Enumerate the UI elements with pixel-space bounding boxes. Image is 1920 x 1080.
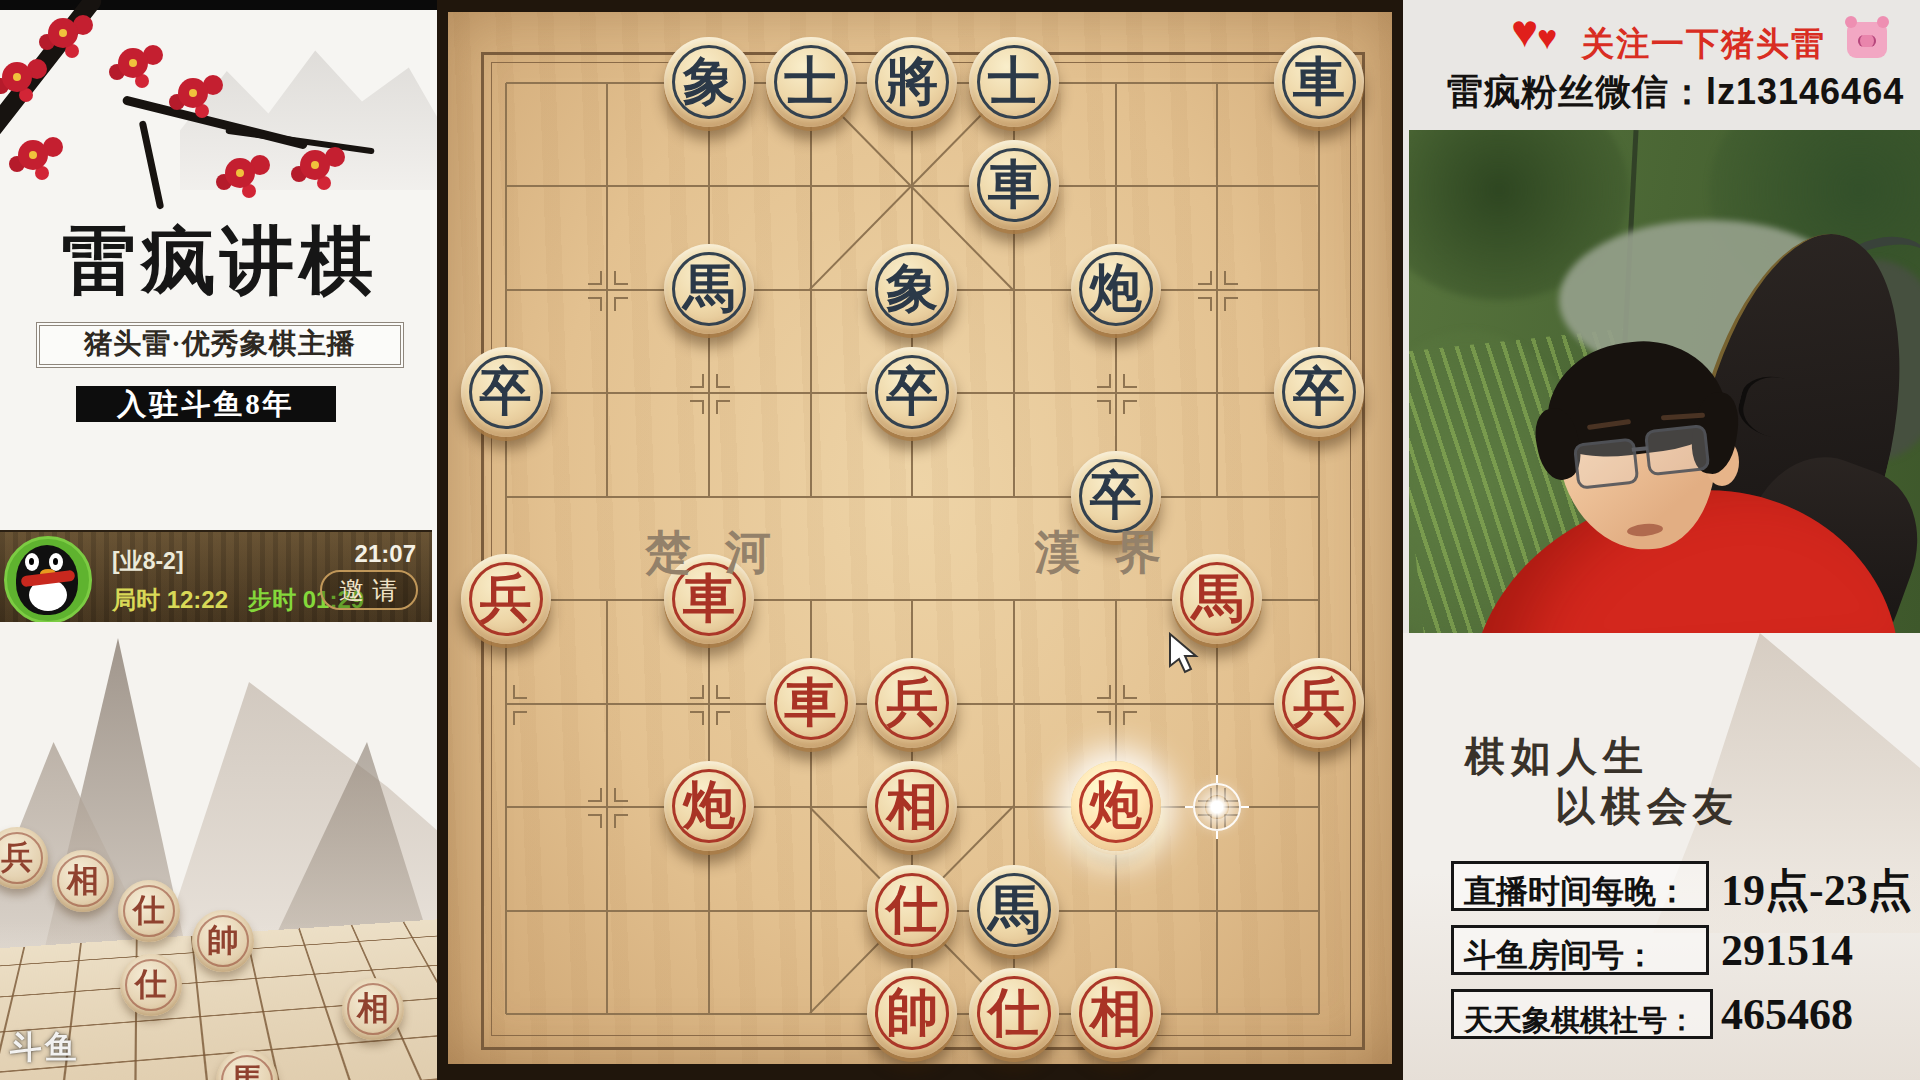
piece-black-車[interactable]: 車 [1274,37,1364,127]
piece-red-相[interactable]: 相 [867,761,957,851]
game-time: 局时 12:22 [112,586,228,613]
plum-blossom [300,150,330,180]
info-label-club: 天天象棋棋社号： [1451,989,1713,1039]
webcam-video[interactable] [1409,130,1920,633]
piece-black-士[interactable]: 士 [766,37,856,127]
motto-line1: 棋如人生 [1465,729,1649,784]
photo-piece-兵: 兵 [0,827,48,889]
photo-piece-帥: 帥 [192,910,254,972]
plum-blossom [178,78,208,108]
piece-black-士[interactable]: 士 [969,37,1059,127]
grid-line [505,83,507,1014]
photo-piece-馬: 馬 [216,1050,278,1080]
plum-blossom [2,62,32,92]
wall-clock: 21:07 [355,540,416,568]
piece-black-象[interactable]: 象 [664,37,754,127]
plum-branch [139,120,165,209]
channel-title: 雷疯讲棋 [28,212,412,312]
heart-icon: ♥ [1511,8,1538,54]
stream-screenshot: 雷疯讲棋 猪头雷·优秀象棋主播 入驻斗鱼8年 [业8-2] 局时 12:22步时… [0,0,1920,1080]
photo-piece-相: 相 [52,850,114,912]
info-label-room: 斗鱼房间号： [1451,925,1709,975]
grid-line [606,600,608,1014]
plum-blossom [48,18,78,48]
piece-red-帥[interactable]: 帥 [867,968,957,1058]
piece-red-相[interactable]: 相 [1071,968,1161,1058]
invite-button[interactable]: 邀请 [320,570,418,610]
sidebar-landscape-art: 兵相仕帥仕相馬 斗鱼 [0,622,437,1080]
plum-blossom [118,48,148,78]
piece-red-仕[interactable]: 仕 [867,865,957,955]
info-label-schedule: 直播时间每晚： [1451,861,1709,911]
left-sidebar: 雷疯讲棋 猪头雷·优秀象棋主播 入驻斗鱼8年 [业8-2] 局时 12:22步时… [0,0,437,1080]
piece-black-車[interactable]: 車 [969,140,1059,230]
piece-red-仕[interactable]: 仕 [969,968,1059,1058]
xiangqi-board-panel: 象士將士車車馬象炮卒卒卒卒馬兵車馬車兵兵炮相炮仕帥仕相 楚河 漢界 [437,0,1403,1080]
piece-black-卒[interactable]: 卒 [461,347,551,437]
info-value-club: 465468 [1721,989,1853,1040]
info-value-room: 291514 [1721,925,1853,976]
piece-black-馬[interactable]: 馬 [969,865,1059,955]
wechat-text: 雷疯粉丝微信：lz13146464 [1447,68,1904,117]
top-strip [0,0,437,10]
channel-subtitle-banner: 猪头雷·优秀象棋主播 [36,322,404,368]
grid-line [1216,83,1218,497]
qq-penguin-avatar[interactable] [4,536,92,624]
river-label-right: 漢界 [1035,522,1195,584]
piece-red-炮[interactable]: 炮 [664,761,754,851]
plum-blossom [225,158,255,188]
piece-black-卒[interactable]: 卒 [1274,347,1364,437]
pig-emoji-icon [1847,22,1887,58]
plum-blossom [18,140,48,170]
move-target-sparkle [1185,775,1249,839]
piece-red-兵[interactable]: 兵 [1274,658,1364,748]
douyu-years-badge: 入驻斗鱼8年 [76,386,336,422]
photo-piece-仕: 仕 [118,880,180,942]
mouse-cursor [1168,632,1202,676]
right-panel-bottom: 棋如人生 以棋会友 直播时间每晚： 19点-23点 斗鱼房间号： 291514 … [1403,633,1920,1080]
piece-black-炮[interactable]: 炮 [1071,244,1161,334]
grid-line [606,83,608,497]
right-panel: ♥ ♥ 关注一下猪头雷 雷疯粉丝微信：lz13146464 [1403,0,1920,1080]
motto-line2: 以棋会友 [1555,779,1739,834]
piece-red-車[interactable]: 車 [766,658,856,748]
photo-piece-相: 相 [342,978,404,1040]
piece-black-象[interactable]: 象 [867,244,957,334]
piece-black-將[interactable]: 將 [867,37,957,127]
river-label-left: 楚河 [645,522,805,584]
player-rank: [业8-2] [112,546,184,577]
opponent-info-bar: [业8-2] 局时 12:22步时 01:29 21:07 邀请 [0,530,432,626]
xiangqi-board[interactable]: 象士將士車車馬象炮卒卒卒卒馬兵車馬車兵兵炮相炮仕帥仕相 [437,0,1403,1080]
grid-line [1318,83,1320,1014]
piece-red-炮[interactable]: 炮 [1071,761,1161,851]
piece-red-兵[interactable]: 兵 [867,658,957,748]
piece-black-馬[interactable]: 馬 [664,244,754,334]
douyu-watermark: 斗鱼 [10,1026,80,1070]
photo-pieces: 兵相仕帥仕相馬 [0,622,437,1080]
piece-red-兵[interactable]: 兵 [461,554,551,644]
heart-icon: ♥ [1537,20,1557,54]
piece-black-卒[interactable]: 卒 [867,347,957,437]
info-value-schedule: 19点-23点 [1721,861,1912,920]
photo-piece-仕: 仕 [120,954,182,1016]
follow-text: 关注一下猪头雷 [1581,22,1826,67]
